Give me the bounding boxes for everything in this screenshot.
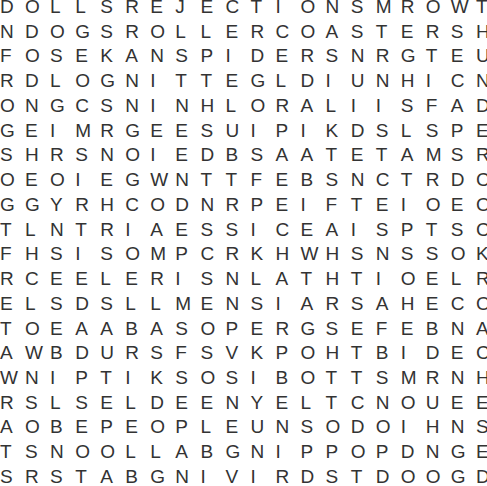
grid-cell[interactable]: E [276, 193, 301, 218]
grid-cell[interactable]: N [376, 391, 401, 416]
grid-cell[interactable]: G [50, 94, 75, 119]
grid-cell[interactable]: H [476, 366, 487, 391]
grid-cell[interactable]: S [200, 267, 225, 292]
grid-cell[interactable]: C [75, 94, 100, 119]
grid-cell[interactable]: N [50, 218, 75, 243]
grid-cell[interactable]: R [125, 20, 150, 45]
grid-cell[interactable]: U [351, 69, 376, 94]
grid-cell[interactable]: C [376, 168, 401, 193]
grid-cell[interactable]: S [426, 242, 451, 267]
grid-cell[interactable]: L [25, 218, 50, 243]
grid-cell[interactable]: A [175, 440, 200, 465]
grid-cell[interactable]: D [476, 465, 487, 486]
grid-cell[interactable]: O [25, 415, 50, 440]
grid-cell[interactable]: T [0, 317, 25, 342]
grid-cell[interactable]: E [376, 193, 401, 218]
grid-cell[interactable]: R [426, 168, 451, 193]
grid-cell[interactable]: A [476, 317, 487, 342]
grid-cell[interactable]: U [476, 44, 487, 69]
grid-cell[interactable]: I [250, 119, 275, 144]
grid-cell[interactable]: O [150, 20, 175, 45]
grid-cell[interactable]: H [326, 267, 351, 292]
grid-cell[interactable]: T [175, 69, 200, 94]
grid-cell[interactable]: H [25, 242, 50, 267]
grid-cell[interactable]: G [0, 119, 25, 144]
grid-cell[interactable]: C [476, 168, 487, 193]
grid-cell[interactable]: S [25, 391, 50, 416]
grid-cell[interactable]: E [351, 143, 376, 168]
grid-cell[interactable]: O [301, 366, 326, 391]
grid-cell[interactable]: T [75, 465, 100, 486]
grid-cell[interactable]: O [351, 440, 376, 465]
grid-cell[interactable]: T [401, 168, 426, 193]
grid-cell[interactable]: G [150, 465, 175, 486]
grid-cell[interactable]: I [250, 366, 275, 391]
grid-cell[interactable]: S [175, 44, 200, 69]
grid-cell[interactable]: N [100, 143, 125, 168]
grid-cell[interactable]: O [0, 94, 25, 119]
grid-cell[interactable]: R [276, 465, 301, 486]
grid-cell[interactable]: Y [250, 391, 275, 416]
grid-cell[interactable]: O [0, 168, 25, 193]
grid-cell[interactable]: F [426, 94, 451, 119]
grid-cell[interactable]: I [426, 69, 451, 94]
grid-cell[interactable]: R [426, 366, 451, 391]
grid-cell[interactable]: A [301, 292, 326, 317]
grid-cell[interactable]: S [401, 94, 426, 119]
grid-cell[interactable]: I [200, 465, 225, 486]
grid-cell[interactable]: R [25, 465, 50, 486]
grid-cell[interactable]: D [451, 168, 476, 193]
grid-cell[interactable]: B [125, 465, 150, 486]
grid-cell[interactable]: T [326, 391, 351, 416]
grid-cell[interactable]: M [426, 143, 451, 168]
grid-cell[interactable]: N [376, 242, 401, 267]
grid-cell[interactable]: H [276, 242, 301, 267]
grid-cell[interactable]: T [476, 0, 487, 20]
grid-cell[interactable]: E [250, 317, 275, 342]
grid-cell[interactable]: R [276, 317, 301, 342]
grid-cell[interactable]: N [175, 168, 200, 193]
grid-cell[interactable]: N [376, 69, 401, 94]
grid-cell[interactable]: I [276, 292, 301, 317]
grid-cell[interactable]: E [75, 44, 100, 69]
grid-cell[interactable]: E [125, 415, 150, 440]
grid-cell[interactable]: F [175, 341, 200, 366]
grid-cell[interactable]: I [75, 168, 100, 193]
grid-cell[interactable]: S [451, 143, 476, 168]
grid-cell[interactable]: E [476, 119, 487, 144]
grid-cell[interactable]: W [0, 366, 25, 391]
grid-cell[interactable]: O [25, 44, 50, 69]
grid-cell[interactable]: I [150, 143, 175, 168]
grid-cell[interactable]: I [75, 242, 100, 267]
grid-cell[interactable]: K [100, 44, 125, 69]
grid-cell[interactable]: L [326, 94, 351, 119]
grid-cell[interactable]: S [451, 20, 476, 45]
grid-cell[interactable]: D [351, 119, 376, 144]
grid-cell[interactable]: O [401, 391, 426, 416]
grid-cell[interactable]: L [125, 292, 150, 317]
grid-cell[interactable]: O [25, 317, 50, 342]
grid-cell[interactable]: D [0, 0, 25, 20]
grid-cell[interactable]: T [351, 465, 376, 486]
grid-cell[interactable]: R [225, 242, 250, 267]
grid-cell[interactable]: S [401, 242, 426, 267]
grid-cell[interactable]: T [351, 341, 376, 366]
grid-cell[interactable]: P [401, 218, 426, 243]
grid-cell[interactable]: F [0, 44, 25, 69]
grid-cell[interactable]: A [100, 465, 125, 486]
grid-cell[interactable]: O [75, 440, 100, 465]
grid-cell[interactable]: O [426, 465, 451, 486]
grid-cell[interactable]: H [25, 143, 50, 168]
grid-cell[interactable]: L [276, 69, 301, 94]
grid-cell[interactable]: G [250, 69, 275, 94]
grid-cell[interactable]: N [476, 69, 487, 94]
grid-cell[interactable]: T [426, 44, 451, 69]
grid-cell[interactable]: H [326, 242, 351, 267]
grid-cell[interactable]: T [225, 168, 250, 193]
grid-cell[interactable]: E [175, 143, 200, 168]
grid-cell[interactable]: S [200, 341, 225, 366]
grid-cell[interactable]: F [250, 168, 275, 193]
grid-cell[interactable]: C [451, 292, 476, 317]
grid-cell[interactable]: C [276, 20, 301, 45]
grid-cell[interactable]: R [426, 20, 451, 45]
grid-cell[interactable]: E [175, 218, 200, 243]
grid-cell[interactable]: C [451, 69, 476, 94]
grid-cell[interactable]: E [150, 119, 175, 144]
grid-cell[interactable]: S [75, 391, 100, 416]
grid-cell[interactable]: D [75, 292, 100, 317]
grid-cell[interactable]: E [225, 20, 250, 45]
grid-cell[interactable]: S [351, 20, 376, 45]
grid-cell[interactable]: E [200, 0, 225, 20]
grid-cell[interactable]: G [451, 440, 476, 465]
grid-cell[interactable]: A [376, 292, 401, 317]
grid-cell[interactable]: G [301, 317, 326, 342]
grid-cell[interactable]: P [276, 341, 301, 366]
grid-cell[interactable]: K [150, 366, 175, 391]
grid-cell[interactable]: I [175, 267, 200, 292]
grid-cell[interactable]: S [351, 0, 376, 20]
grid-cell[interactable]: L [401, 119, 426, 144]
grid-cell[interactable]: E [50, 317, 75, 342]
grid-cell[interactable]: I [401, 341, 426, 366]
grid-cell[interactable]: H [401, 69, 426, 94]
grid-cell[interactable]: N [125, 94, 150, 119]
grid-cell[interactable]: E [225, 415, 250, 440]
grid-cell[interactable]: S [376, 366, 401, 391]
grid-cell[interactable]: E [401, 317, 426, 342]
grid-cell[interactable]: S [351, 292, 376, 317]
grid-cell[interactable]: R [100, 119, 125, 144]
grid-cell[interactable]: O [250, 94, 275, 119]
grid-cell[interactable]: L [150, 292, 175, 317]
grid-cell[interactable]: R [276, 94, 301, 119]
grid-cell[interactable]: I [250, 465, 275, 486]
grid-cell[interactable]: A [150, 317, 175, 342]
grid-cell[interactable]: I [125, 366, 150, 391]
grid-cell[interactable]: Y [50, 193, 75, 218]
grid-cell[interactable]: T [376, 143, 401, 168]
grid-cell[interactable]: L [301, 391, 326, 416]
grid-cell[interactable]: P [75, 366, 100, 391]
grid-cell[interactable]: I [125, 218, 150, 243]
grid-cell[interactable]: E [0, 292, 25, 317]
grid-cell[interactable]: J [175, 0, 200, 20]
grid-cell[interactable]: C [276, 218, 301, 243]
grid-cell[interactable]: O [301, 341, 326, 366]
grid-cell[interactable]: V [225, 465, 250, 486]
grid-cell[interactable]: T [326, 143, 351, 168]
grid-cell[interactable]: D [75, 341, 100, 366]
grid-cell[interactable]: C [351, 391, 376, 416]
grid-cell[interactable]: K [326, 119, 351, 144]
grid-cell[interactable]: M [376, 0, 401, 20]
grid-cell[interactable]: S [75, 143, 100, 168]
grid-cell[interactable]: E [276, 44, 301, 69]
grid-cell[interactable]: L [200, 20, 225, 45]
grid-cell[interactable]: G [125, 119, 150, 144]
grid-cell[interactable]: R [0, 391, 25, 416]
grid-cell[interactable]: M [175, 292, 200, 317]
grid-cell[interactable]: C [476, 218, 487, 243]
grid-cell[interactable]: A [326, 218, 351, 243]
grid-cell[interactable]: E [100, 391, 125, 416]
grid-cell[interactable]: B [376, 341, 401, 366]
grid-cell[interactable]: N [25, 94, 50, 119]
grid-cell[interactable]: N [451, 366, 476, 391]
grid-cell[interactable]: L [175, 20, 200, 45]
grid-cell[interactable]: W [451, 0, 476, 20]
grid-cell[interactable]: W [150, 168, 175, 193]
grid-cell[interactable]: O [451, 242, 476, 267]
grid-cell[interactable]: O [50, 168, 75, 193]
grid-cell[interactable]: E [200, 391, 225, 416]
grid-cell[interactable]: O [200, 317, 225, 342]
grid-cell[interactable]: R [100, 218, 125, 243]
grid-cell[interactable]: T [351, 267, 376, 292]
grid-cell[interactable]: D [150, 391, 175, 416]
grid-cell[interactable]: E [426, 267, 451, 292]
grid-cell[interactable]: A [276, 267, 301, 292]
grid-cell[interactable]: I [376, 267, 401, 292]
grid-cell[interactable]: R [326, 292, 351, 317]
grid-cell[interactable]: T [100, 366, 125, 391]
grid-cell[interactable]: H [200, 94, 225, 119]
grid-cell[interactable]: H [476, 20, 487, 45]
grid-cell[interactable]: E [451, 341, 476, 366]
grid-cell[interactable]: I [276, 440, 301, 465]
grid-cell[interactable]: E [476, 440, 487, 465]
grid-cell[interactable]: A [276, 143, 301, 168]
grid-cell[interactable]: N [351, 168, 376, 193]
grid-cell[interactable]: A [150, 218, 175, 243]
grid-cell[interactable]: E [50, 267, 75, 292]
grid-cell[interactable]: B [225, 143, 250, 168]
grid-cell[interactable]: P [301, 440, 326, 465]
grid-cell[interactable]: V [225, 341, 250, 366]
grid-cell[interactable]: G [0, 193, 25, 218]
grid-cell[interactable]: T [75, 218, 100, 243]
grid-cell[interactable]: T [351, 193, 376, 218]
grid-cell[interactable]: I [376, 94, 401, 119]
grid-cell[interactable]: E [451, 193, 476, 218]
grid-cell[interactable]: T [0, 440, 25, 465]
grid-cell[interactable]: A [75, 317, 100, 342]
grid-cell[interactable]: O [50, 20, 75, 45]
grid-cell[interactable]: F [326, 193, 351, 218]
grid-cell[interactable]: S [326, 317, 351, 342]
grid-cell[interactable]: T [301, 267, 326, 292]
grid-cell[interactable]: T [250, 0, 275, 20]
grid-cell[interactable]: A [301, 94, 326, 119]
grid-cell[interactable]: L [225, 94, 250, 119]
grid-cell[interactable]: K [250, 341, 275, 366]
grid-cell[interactable]: L [50, 0, 75, 20]
grid-cell[interactable]: S [451, 218, 476, 243]
grid-cell[interactable]: L [125, 440, 150, 465]
grid-cell[interactable]: S [376, 119, 401, 144]
grid-cell[interactable]: U [426, 391, 451, 416]
grid-cell[interactable]: S [175, 366, 200, 391]
grid-cell[interactable]: E [351, 317, 376, 342]
grid-cell[interactable]: S [351, 242, 376, 267]
grid-cell[interactable]: O [476, 292, 487, 317]
grid-cell[interactable]: A [0, 415, 25, 440]
grid-cell[interactable]: R [225, 193, 250, 218]
grid-cell[interactable]: U [100, 341, 125, 366]
grid-cell[interactable]: E [75, 267, 100, 292]
grid-cell[interactable]: K [250, 242, 275, 267]
grid-cell[interactable]: S [326, 44, 351, 69]
grid-cell[interactable]: E [401, 20, 426, 45]
grid-cell[interactable]: S [0, 465, 25, 486]
grid-cell[interactable]: I [326, 69, 351, 94]
grid-cell[interactable]: N [276, 415, 301, 440]
grid-cell[interactable]: E [25, 119, 50, 144]
grid-cell[interactable]: R [0, 267, 25, 292]
grid-cell[interactable]: H [326, 341, 351, 366]
grid-cell[interactable]: O [376, 415, 401, 440]
grid-cell[interactable]: D [351, 415, 376, 440]
grid-cell[interactable]: P [225, 317, 250, 342]
grid-cell[interactable]: I [250, 218, 275, 243]
grid-cell[interactable]: T [351, 366, 376, 391]
grid-cell[interactable]: S [150, 341, 175, 366]
grid-cell[interactable]: I [351, 94, 376, 119]
grid-cell[interactable]: P [451, 119, 476, 144]
grid-cell[interactable]: T [200, 69, 225, 94]
grid-cell[interactable]: E [175, 391, 200, 416]
grid-cell[interactable]: I [225, 44, 250, 69]
grid-cell[interactable]: T [326, 366, 351, 391]
grid-cell[interactable]: M [150, 242, 175, 267]
grid-cell[interactable]: O [426, 0, 451, 20]
grid-cell[interactable]: T [0, 218, 25, 243]
grid-cell[interactable]: B [301, 168, 326, 193]
grid-cell[interactable]: O [75, 69, 100, 94]
grid-cell[interactable]: W [301, 242, 326, 267]
grid-cell[interactable]: P [200, 44, 225, 69]
grid-cell[interactable]: O [100, 440, 125, 465]
grid-cell[interactable]: O [301, 20, 326, 45]
grid-cell[interactable]: L [250, 267, 275, 292]
grid-cell[interactable]: I [351, 218, 376, 243]
grid-cell[interactable]: E [426, 292, 451, 317]
grid-cell[interactable]: N [225, 267, 250, 292]
grid-cell[interactable]: R [0, 69, 25, 94]
grid-cell[interactable]: S [50, 465, 75, 486]
grid-cell[interactable]: L [200, 415, 225, 440]
grid-cell[interactable]: R [50, 143, 75, 168]
grid-cell[interactable]: R [301, 44, 326, 69]
grid-cell[interactable]: P [100, 415, 125, 440]
grid-cell[interactable]: G [225, 440, 250, 465]
grid-cell[interactable]: G [451, 465, 476, 486]
grid-cell[interactable]: S [0, 143, 25, 168]
grid-cell[interactable]: S [100, 0, 125, 20]
grid-cell[interactable]: L [50, 69, 75, 94]
grid-cell[interactable]: S [250, 292, 275, 317]
grid-cell[interactable]: N [150, 44, 175, 69]
grid-cell[interactable]: C [200, 242, 225, 267]
grid-cell[interactable]: O [401, 465, 426, 486]
grid-cell[interactable]: N [326, 0, 351, 20]
grid-cell[interactable]: O [125, 143, 150, 168]
grid-cell[interactable]: T [200, 168, 225, 193]
grid-cell[interactable]: B [276, 366, 301, 391]
grid-cell[interactable]: L [125, 391, 150, 416]
grid-cell[interactable]: C [125, 193, 150, 218]
grid-cell[interactable]: B [125, 317, 150, 342]
grid-cell[interactable]: T [376, 20, 401, 45]
grid-cell[interactable]: R [401, 0, 426, 20]
grid-cell[interactable]: C [476, 341, 487, 366]
grid-cell[interactable]: O [125, 242, 150, 267]
grid-cell[interactable]: I [401, 193, 426, 218]
grid-cell[interactable]: H [100, 193, 125, 218]
grid-cell[interactable]: I [50, 366, 75, 391]
grid-cell[interactable]: S [225, 366, 250, 391]
grid-cell[interactable]: U [250, 415, 275, 440]
grid-cell[interactable]: P [175, 415, 200, 440]
grid-cell[interactable]: L [50, 391, 75, 416]
grid-cell[interactable]: E [451, 44, 476, 69]
grid-cell[interactable]: F [0, 242, 25, 267]
grid-cell[interactable]: N [175, 94, 200, 119]
grid-cell[interactable]: N [250, 440, 275, 465]
grid-cell[interactable]: N [451, 415, 476, 440]
grid-cell[interactable]: S [301, 415, 326, 440]
grid-cell[interactable]: D [426, 341, 451, 366]
grid-cell[interactable]: A [401, 143, 426, 168]
grid-cell[interactable]: D [250, 44, 275, 69]
grid-cell[interactable]: S [326, 168, 351, 193]
grid-cell[interactable]: N [25, 366, 50, 391]
grid-cell[interactable]: I [276, 0, 301, 20]
grid-cell[interactable]: H [426, 415, 451, 440]
grid-cell[interactable]: E [125, 267, 150, 292]
grid-cell[interactable]: N [225, 292, 250, 317]
grid-cell[interactable]: D [376, 465, 401, 486]
grid-cell[interactable]: H [401, 292, 426, 317]
grid-cell[interactable]: N [200, 193, 225, 218]
grid-cell[interactable]: K [476, 242, 487, 267]
grid-cell[interactable]: R [476, 267, 487, 292]
